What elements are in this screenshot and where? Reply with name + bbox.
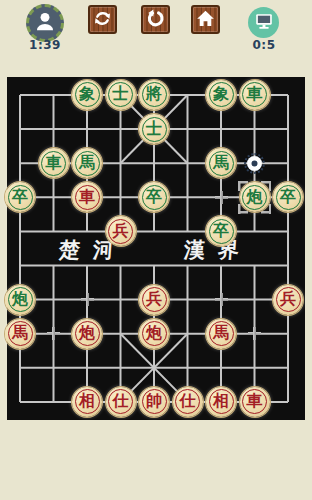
point-marker xyxy=(215,293,228,306)
piece-black-炮[interactable]: 炮 xyxy=(5,285,35,315)
piece-glyph: 卒 xyxy=(280,189,296,205)
piece-glyph: 仕 xyxy=(113,393,129,409)
player-avatar[interactable] xyxy=(26,4,64,42)
computer-timer: 0:5 xyxy=(242,38,286,52)
piece-glyph: 卒 xyxy=(12,189,28,205)
piece-glyph: 車 xyxy=(247,86,263,102)
piece-glyph: 相 xyxy=(213,393,229,409)
piece-glyph: 馬 xyxy=(12,325,28,341)
piece-black-象[interactable]: 象 xyxy=(206,80,236,110)
computer-opponent-badge[interactable] xyxy=(248,7,279,38)
point-marker xyxy=(81,293,94,306)
piece-red-車[interactable]: 車 xyxy=(72,182,102,212)
toolbar: 1:39 xyxy=(0,0,312,60)
piece-black-卒[interactable]: 卒 xyxy=(5,182,35,212)
piece-red-帥[interactable]: 帥 xyxy=(139,387,169,417)
piece-glyph: 車 xyxy=(79,189,95,205)
point-marker xyxy=(248,327,261,340)
piece-glyph: 炮 xyxy=(146,325,162,341)
piece-black-卒[interactable]: 卒 xyxy=(273,182,303,212)
piece-glyph: 將 xyxy=(146,86,162,102)
cycle-arrows-icon xyxy=(92,8,113,32)
piece-glyph: 炮 xyxy=(247,189,263,205)
piece-black-卒[interactable]: 卒 xyxy=(206,216,236,246)
piece-black-士[interactable]: 士 xyxy=(139,114,169,144)
piece-red-相[interactable]: 相 xyxy=(72,387,102,417)
piece-red-仕[interactable]: 仕 xyxy=(106,387,136,417)
piece-black-車[interactable]: 車 xyxy=(240,80,270,110)
piece-red-馬[interactable]: 馬 xyxy=(5,319,35,349)
player-timer: 1:39 xyxy=(23,38,67,52)
piece-glyph: 炮 xyxy=(79,325,95,341)
board-points: 象士將象車士車馬馬卒車卒炮卒兵卒炮兵兵馬炮炮馬相仕帥仕相車 xyxy=(3,78,305,419)
piece-red-仕[interactable]: 仕 xyxy=(173,387,203,417)
piece-black-車[interactable]: 車 xyxy=(39,148,69,178)
swap-sides-button[interactable] xyxy=(88,5,117,34)
piece-red-兵[interactable]: 兵 xyxy=(106,216,136,246)
piece-glyph: 兵 xyxy=(146,291,162,307)
piece-glyph: 炮 xyxy=(12,291,28,307)
piece-black-卒[interactable]: 卒 xyxy=(139,182,169,212)
person-icon xyxy=(32,8,58,38)
piece-glyph: 兵 xyxy=(280,291,296,307)
piece-red-炮[interactable]: 炮 xyxy=(139,319,169,349)
point-marker xyxy=(47,327,60,340)
piece-red-馬[interactable]: 馬 xyxy=(206,319,236,349)
piece-glyph: 士 xyxy=(113,86,129,102)
piece-glyph: 兵 xyxy=(113,223,129,239)
piece-glyph: 卒 xyxy=(213,223,229,239)
home-button[interactable] xyxy=(191,5,220,34)
piece-black-馬[interactable]: 馬 xyxy=(72,148,102,178)
house-icon xyxy=(195,8,216,32)
last-move-origin-marker xyxy=(247,156,262,171)
piece-glyph: 仕 xyxy=(180,393,196,409)
piece-glyph: 象 xyxy=(213,86,229,102)
piece-glyph: 馬 xyxy=(213,325,229,341)
piece-glyph: 車 xyxy=(46,155,62,171)
piece-black-象[interactable]: 象 xyxy=(72,80,102,110)
piece-glyph: 卒 xyxy=(146,189,162,205)
piece-glyph: 象 xyxy=(79,86,95,102)
piece-red-炮[interactable]: 炮 xyxy=(72,319,102,349)
piece-red-兵[interactable]: 兵 xyxy=(139,285,169,315)
circular-arrow-icon xyxy=(145,8,166,32)
piece-glyph: 相 xyxy=(79,393,95,409)
piece-glyph: 馬 xyxy=(213,155,229,171)
piece-black-馬[interactable]: 馬 xyxy=(206,148,236,178)
piece-black-將[interactable]: 將 xyxy=(139,80,169,110)
piece-glyph: 馬 xyxy=(79,155,95,171)
piece-glyph: 士 xyxy=(146,121,162,137)
piece-glyph: 帥 xyxy=(146,393,162,409)
monitor-icon xyxy=(253,10,275,36)
point-marker xyxy=(215,191,228,204)
piece-black-炮[interactable]: 炮 xyxy=(240,182,270,212)
piece-red-兵[interactable]: 兵 xyxy=(273,285,303,315)
piece-black-士[interactable]: 士 xyxy=(106,80,136,110)
xiangqi-board[interactable]: 楚河 漢界 象士將象車士車馬馬卒車卒炮卒兵卒炮兵兵馬炮炮馬相仕帥仕相車 xyxy=(7,77,305,420)
piece-glyph: 車 xyxy=(247,393,263,409)
piece-red-車[interactable]: 車 xyxy=(240,387,270,417)
restart-button[interactable] xyxy=(141,5,170,34)
piece-red-相[interactable]: 相 xyxy=(206,387,236,417)
